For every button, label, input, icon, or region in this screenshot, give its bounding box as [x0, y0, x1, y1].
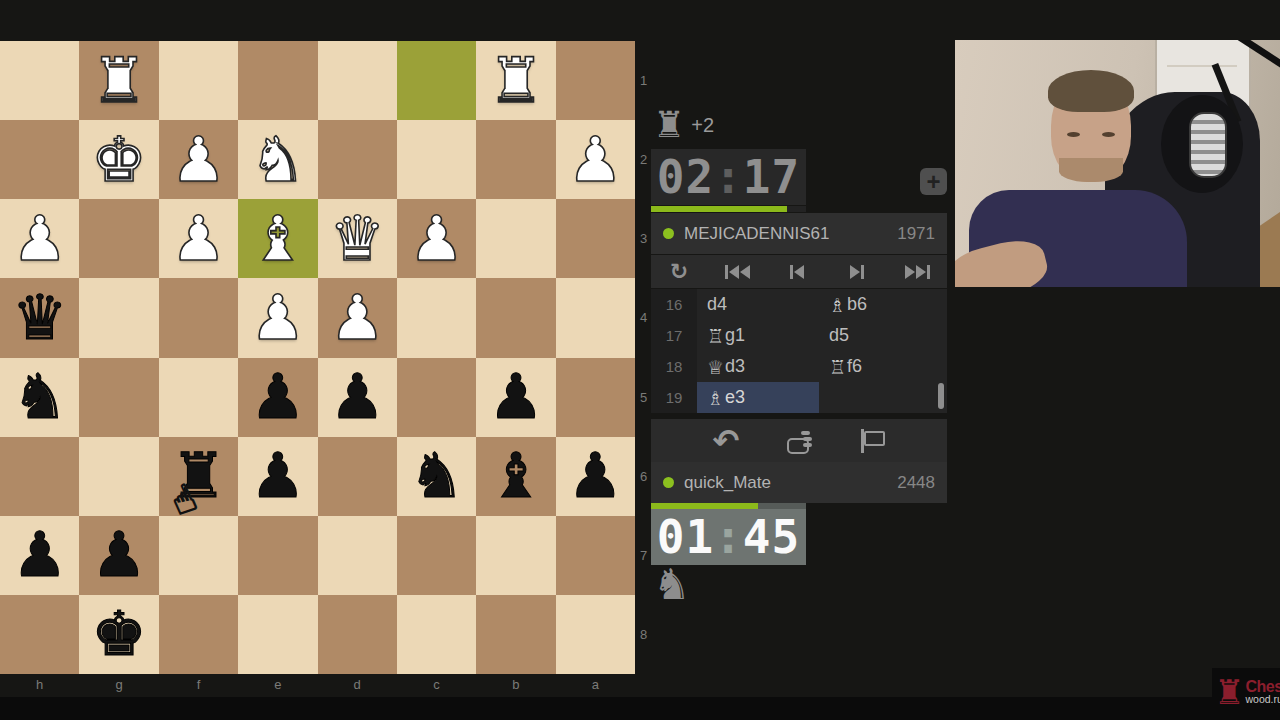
- square-d3[interactable]: ♛: [318, 199, 397, 278]
- file-label-a: a: [556, 674, 635, 696]
- rank-label-8: 8: [636, 595, 651, 674]
- webcam-person-hair: [1048, 70, 1134, 112]
- move-19-white[interactable]: ♗e3: [697, 382, 819, 413]
- square-d4[interactable]: ♟: [318, 278, 397, 357]
- online-dot: [663, 477, 674, 488]
- square-b3[interactable]: [476, 199, 555, 278]
- square-g2[interactable]: ♚: [79, 120, 158, 199]
- move-16-white[interactable]: d4: [697, 289, 819, 320]
- material-score: +2: [691, 114, 714, 137]
- player-name: MEJICADENNIS61: [684, 224, 887, 244]
- square-h1[interactable]: [0, 41, 79, 120]
- square-f7[interactable]: [159, 516, 238, 595]
- figurine-icon: ♕: [707, 356, 724, 378]
- square-h4[interactable]: ♛: [0, 278, 79, 357]
- move-19-black: [819, 382, 947, 413]
- move-18-black[interactable]: ♖f6: [819, 351, 947, 382]
- piece-white-pawn-c3[interactable]: ♟: [409, 208, 465, 270]
- square-a5[interactable]: [556, 358, 635, 437]
- captured-knight-icon: ♞: [653, 560, 691, 609]
- nav-next-button[interactable]: [827, 255, 887, 288]
- chess-board[interactable]: ♜♜♚♟♞♟♟♟♝♛♟♛♟♟♞♟♟♟♜♟♞♝♟♟♟♚: [0, 41, 635, 674]
- square-a3[interactable]: [556, 199, 635, 278]
- piece-white-pawn-f3[interactable]: ♟: [171, 208, 227, 270]
- move-number: 16: [651, 289, 697, 320]
- piece-white-king-g2[interactable]: ♚: [91, 129, 147, 191]
- takeback-icon: ↶: [713, 425, 740, 457]
- nav-last-button[interactable]: [887, 255, 947, 288]
- file-label-d: d: [318, 674, 397, 696]
- square-g5[interactable]: [79, 358, 158, 437]
- figurine-icon: ♗: [829, 294, 846, 316]
- move-18-white[interactable]: ♕d3: [697, 351, 819, 382]
- rank-label-1: 1: [636, 41, 651, 120]
- file-label-c: c: [397, 674, 476, 696]
- square-h8[interactable]: [0, 595, 79, 674]
- webcam-person-beard: [1059, 158, 1123, 182]
- piece-white-pawn-d4[interactable]: ♟: [329, 287, 385, 349]
- square-h2[interactable]: [0, 120, 79, 199]
- square-b6[interactable]: ♝: [476, 437, 555, 516]
- piece-white-knight-e2[interactable]: ♞: [250, 129, 306, 191]
- piece-black-pawn-e6[interactable]: ♟: [250, 445, 306, 507]
- square-e7[interactable]: [238, 516, 317, 595]
- square-f1[interactable]: [159, 41, 238, 120]
- piece-black-pawn-a6[interactable]: ♟: [568, 445, 624, 507]
- player-row-black[interactable]: quick_Mate 2448: [651, 462, 947, 503]
- webcam: [955, 40, 1280, 287]
- rank-labels: 12345678: [636, 41, 651, 674]
- captured-rook-icon: ♜: [653, 107, 685, 143]
- square-c8[interactable]: [397, 595, 476, 674]
- square-e3[interactable]: ♝: [238, 199, 317, 278]
- file-label-g: g: [79, 674, 158, 696]
- game-actions: ↶: [651, 419, 947, 462]
- square-d2[interactable]: [318, 120, 397, 199]
- rank-label-3: 3: [636, 199, 651, 278]
- microphone-icon: [1189, 112, 1227, 178]
- square-g7[interactable]: ♟: [79, 516, 158, 595]
- square-a4[interactable]: [556, 278, 635, 357]
- square-f3[interactable]: ♟: [159, 199, 238, 278]
- square-c3[interactable]: ♟: [397, 199, 476, 278]
- square-a6[interactable]: ♟: [556, 437, 635, 516]
- file-label-e: e: [238, 674, 317, 696]
- online-dot: [663, 228, 674, 239]
- watermark-logo: ♜ Chess wood.ru: [1212, 668, 1280, 716]
- rank-label-7: 7: [636, 516, 651, 595]
- file-labels: hgfedcba: [0, 674, 635, 696]
- square-g6[interactable]: [79, 437, 158, 516]
- logo-rook-icon: ♜: [1214, 675, 1244, 709]
- square-e8[interactable]: [238, 595, 317, 674]
- square-e4[interactable]: ♟: [238, 278, 317, 357]
- piece-black-king-g8[interactable]: ♚: [91, 603, 147, 665]
- hand-icon: [785, 429, 813, 453]
- file-label-b: b: [476, 674, 555, 696]
- move-number: 18: [651, 351, 697, 382]
- move-number: 19: [651, 382, 697, 413]
- square-g3[interactable]: [79, 199, 158, 278]
- move-row-16: 16d4♗b6: [651, 289, 947, 320]
- player-row-white[interactable]: MEJICADENNIS61 1971: [651, 213, 947, 254]
- rank-label-4: 4: [636, 278, 651, 357]
- logo-subtitle: wood.ru: [1245, 694, 1280, 705]
- square-f6[interactable]: ♜: [159, 437, 238, 516]
- rank-label-5: 5: [636, 358, 651, 437]
- piece-white-bishop-e3[interactable]: ♝: [250, 208, 306, 270]
- time-bar-white: [651, 206, 806, 212]
- cycle-icon: ↻: [670, 261, 688, 283]
- square-b1[interactable]: ♜: [476, 41, 555, 120]
- clock-black-active: 01:45: [651, 509, 806, 565]
- piece-black-queen-h4[interactable]: ♛: [12, 287, 68, 349]
- square-b2[interactable]: [476, 120, 555, 199]
- square-g8[interactable]: ♚: [79, 595, 158, 674]
- logo-title: Chess: [1245, 679, 1280, 694]
- square-e1[interactable]: [238, 41, 317, 120]
- piece-black-pawn-h7[interactable]: ♟: [12, 524, 68, 586]
- square-c6[interactable]: ♞: [397, 437, 476, 516]
- square-e2[interactable]: ♞: [238, 120, 317, 199]
- nav-prev-button[interactable]: [767, 255, 827, 288]
- square-e5[interactable]: ♟: [238, 358, 317, 437]
- square-f2[interactable]: ♟: [159, 120, 238, 199]
- move-list-scrollbar[interactable]: [938, 383, 944, 409]
- rank-label-6: 6: [636, 437, 651, 516]
- takeback-button[interactable]: ↶: [713, 425, 740, 457]
- move-number: 17: [651, 320, 697, 351]
- square-c4[interactable]: [397, 278, 476, 357]
- move-list: 16d4♗b617♖g1d518♕d3♖f619♗e3: [651, 289, 947, 413]
- move-16-black[interactable]: ♗b6: [819, 289, 947, 320]
- square-a7[interactable]: [556, 516, 635, 595]
- draw-offer-button[interactable]: [785, 429, 813, 453]
- resign-button[interactable]: [859, 428, 885, 454]
- move-nav-toolbar: ↻: [651, 255, 947, 288]
- square-f8[interactable]: [159, 595, 238, 674]
- flag-icon: [859, 428, 885, 454]
- square-d8[interactable]: [318, 595, 397, 674]
- player-rating: 2448: [897, 473, 935, 493]
- piece-black-knight-h5[interactable]: ♞: [12, 366, 68, 428]
- piece-white-pawn-h3[interactable]: ♟: [12, 208, 68, 270]
- square-h7[interactable]: ♟: [0, 516, 79, 595]
- add-time-button[interactable]: +: [920, 168, 947, 195]
- cycle-button[interactable]: ↻: [651, 261, 707, 283]
- square-h5[interactable]: ♞: [0, 358, 79, 437]
- piece-white-pawn-a2[interactable]: ♟: [568, 129, 624, 191]
- square-d6[interactable]: [318, 437, 397, 516]
- player-rating: 1971: [897, 224, 935, 244]
- square-a1[interactable]: [556, 41, 635, 120]
- square-d7[interactable]: [318, 516, 397, 595]
- piece-black-pawn-d5[interactable]: ♟: [329, 366, 385, 428]
- square-a2[interactable]: ♟: [556, 120, 635, 199]
- square-d5[interactable]: ♟: [318, 358, 397, 437]
- square-b5[interactable]: ♟: [476, 358, 555, 437]
- piece-black-pawn-b5[interactable]: ♟: [488, 366, 544, 428]
- material-advantage-bottom: ♞: [653, 564, 713, 610]
- figurine-icon: ♖: [707, 325, 724, 347]
- material-advantage-top: ♜ +2: [653, 104, 813, 146]
- move-row-18: 18♕d3♖f6: [651, 351, 947, 382]
- file-label-f: f: [159, 674, 238, 696]
- piece-white-rook-b1[interactable]: ♜: [488, 50, 544, 112]
- bottom-bar: [0, 697, 1280, 720]
- piece-white-pawn-e4[interactable]: ♟: [250, 287, 306, 349]
- square-a8[interactable]: [556, 595, 635, 674]
- webcam-person-eyes: [1065, 132, 1117, 138]
- nav-first-button[interactable]: [707, 255, 767, 288]
- square-h6[interactable]: [0, 437, 79, 516]
- square-c7[interactable]: [397, 516, 476, 595]
- square-b7[interactable]: [476, 516, 555, 595]
- figurine-icon: ♗: [707, 387, 724, 409]
- square-c1[interactable]: [397, 41, 476, 120]
- piece-white-queen-d3[interactable]: ♛: [329, 208, 385, 270]
- piece-black-pawn-e5[interactable]: ♟: [250, 366, 306, 428]
- move-17-white[interactable]: ♖g1: [697, 320, 819, 351]
- square-e6[interactable]: ♟: [238, 437, 317, 516]
- square-f4[interactable]: [159, 278, 238, 357]
- clock-white: 02:17: [651, 149, 806, 205]
- piece-black-pawn-g7[interactable]: ♟: [91, 524, 147, 586]
- player-name: quick_Mate: [684, 473, 887, 493]
- square-g1[interactable]: ♜: [79, 41, 158, 120]
- file-label-h: h: [0, 674, 79, 696]
- move-row-19: 19♗e3: [651, 382, 947, 413]
- square-b4[interactable]: [476, 278, 555, 357]
- piece-white-pawn-f2[interactable]: ♟: [171, 129, 227, 191]
- square-g4[interactable]: [79, 278, 158, 357]
- move-17-black[interactable]: d5: [819, 320, 947, 351]
- square-b8[interactable]: [476, 595, 555, 674]
- figurine-icon: ♖: [829, 356, 846, 378]
- move-row-17: 17♖g1d5: [651, 320, 947, 351]
- square-h3[interactable]: ♟: [0, 199, 79, 278]
- piece-black-knight-c6[interactable]: ♞: [409, 445, 465, 507]
- square-c2[interactable]: [397, 120, 476, 199]
- piece-white-rook-g1[interactable]: ♜: [91, 50, 147, 112]
- square-f5[interactable]: [159, 358, 238, 437]
- square-d1[interactable]: [318, 41, 397, 120]
- piece-black-bishop-b6[interactable]: ♝: [488, 445, 544, 507]
- square-c5[interactable]: [397, 358, 476, 437]
- app-window: ♜♜♚♟♞♟♟♟♝♛♟♛♟♟♞♟♟♟♜♟♞♝♟♟♟♚ hgfedcba 1234…: [0, 0, 1280, 720]
- rank-label-2: 2: [636, 120, 651, 199]
